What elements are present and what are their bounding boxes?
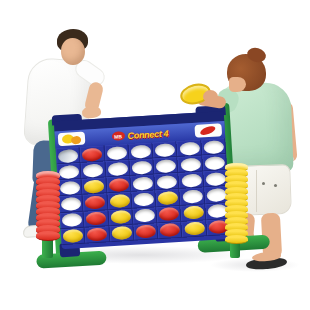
man-hand <box>81 105 101 119</box>
foreground-limbs <box>0 0 310 310</box>
woman-left-hand <box>203 90 218 103</box>
scene: MB Connect 4 <box>0 0 310 310</box>
